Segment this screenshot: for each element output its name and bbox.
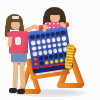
cell-r1c5-empty xyxy=(50,32,55,37)
cell-r2c6-empty xyxy=(56,37,61,42)
cell-r2c3-empty xyxy=(41,39,46,44)
girl-left-shirt-print xyxy=(15,37,21,45)
girl-left-sunglasses xyxy=(12,16,19,19)
girl-left-hand xyxy=(35,26,39,30)
cell-r4c3-empty xyxy=(42,50,47,55)
cell-r3c7-empty xyxy=(62,41,67,46)
cell-r4c4-empty xyxy=(47,49,52,54)
cell-r4c2-empty xyxy=(37,50,42,55)
girl-right-hand-right xyxy=(63,24,67,28)
cell-r2c2-empty xyxy=(36,40,41,45)
cell-r3c5-empty xyxy=(52,43,57,48)
cell-r1c6-empty xyxy=(55,31,60,36)
cell-r2c5-empty xyxy=(51,37,56,42)
cell-r5c3-empty xyxy=(43,55,48,60)
cell-r1c7-empty xyxy=(60,31,65,36)
girl-right-bangs xyxy=(48,9,61,15)
cell-r3c6-empty xyxy=(57,42,62,47)
cell-r4c5-empty xyxy=(52,48,57,53)
cell-r2c4-empty xyxy=(46,38,51,43)
cell-r4c1-empty xyxy=(32,51,37,56)
cell-r1c1-empty xyxy=(30,35,35,40)
cell-r5c2-empty xyxy=(38,56,43,61)
cell-r5c6-empty xyxy=(58,53,63,58)
cell-r3c1-empty xyxy=(31,46,36,51)
cell-r5c1-red-disc xyxy=(33,57,38,62)
girl-left-leg-left xyxy=(13,61,18,88)
cell-r1c4-empty xyxy=(45,33,50,38)
board-grid xyxy=(29,30,69,67)
leg-right-foot xyxy=(57,83,83,88)
girl-left-shorts xyxy=(11,53,27,63)
cell-r3c4-empty xyxy=(47,44,52,49)
cell-r5c4-empty xyxy=(48,54,53,59)
girl-left-sandal-right xyxy=(17,89,26,94)
girl-left-leg-right xyxy=(19,61,25,87)
cell-r3c3-empty xyxy=(41,44,46,49)
cell-r4c6-empty xyxy=(57,47,62,52)
girl-right-hand-left xyxy=(43,28,47,32)
cell-r3c2-empty xyxy=(36,45,41,50)
cell-r5c5-empty xyxy=(53,54,58,59)
cell-r1c3-empty xyxy=(40,34,45,39)
cell-r2c1-empty xyxy=(30,41,35,46)
girl-left-sandal-left xyxy=(9,88,17,93)
girl-left-sleeve-down xyxy=(7,32,13,37)
cell-r1c2-empty xyxy=(35,34,40,39)
product-photo-giant-connect-four xyxy=(0,0,100,100)
cell-r2c7-empty xyxy=(61,36,66,41)
